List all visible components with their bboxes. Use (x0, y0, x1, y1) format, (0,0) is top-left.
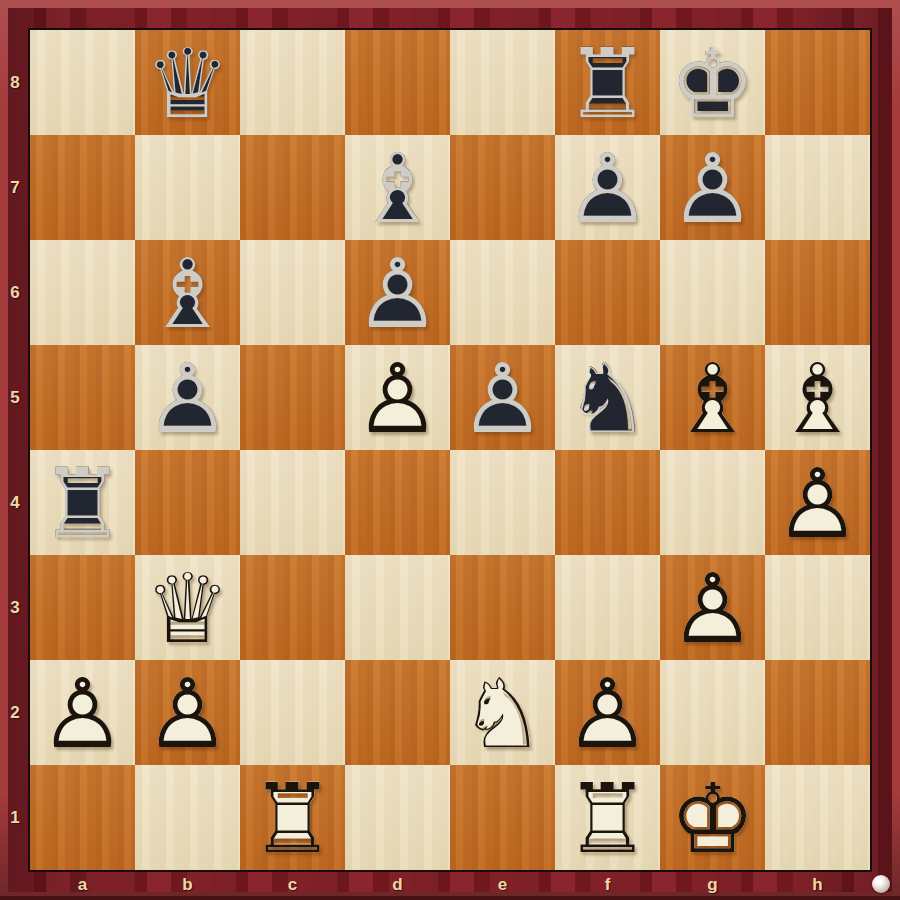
square-f1[interactable]: ♜♖ (555, 765, 660, 870)
piece-white-pawn[interactable]: ♟♙ (765, 450, 870, 555)
square-d8[interactable] (345, 30, 450, 135)
square-f5[interactable]: ♞♘ (555, 345, 660, 450)
piece-glyph-outline: ♖ (30, 450, 135, 555)
chessboard: ♛♕♜♖♚♔♝♗♟♙♟♙♝♗♟♙♟♙♟♙♟♙♞♘♝♗♝♗♜♖♟♙♛♕♟♙♟♙♟♙… (30, 30, 870, 870)
square-c3[interactable] (240, 555, 345, 660)
square-g8[interactable]: ♚♔ (660, 30, 765, 135)
piece-glyph-outline: ♔ (660, 30, 765, 135)
square-g6[interactable] (660, 240, 765, 345)
piece-glyph-outline: ♙ (555, 660, 660, 765)
square-d2[interactable] (345, 660, 450, 765)
rank-label-3: 3 (0, 555, 30, 660)
piece-glyph-outline: ♙ (660, 135, 765, 240)
piece-white-pawn[interactable]: ♟♙ (30, 660, 135, 765)
square-a4[interactable]: ♜♖ (30, 450, 135, 555)
piece-black-pawn[interactable]: ♟♙ (135, 345, 240, 450)
square-d1[interactable] (345, 765, 450, 870)
piece-white-rook[interactable]: ♜♖ (240, 765, 345, 870)
piece-glyph-outline: ♗ (345, 135, 450, 240)
square-h1[interactable] (765, 765, 870, 870)
piece-glyph-outline: ♙ (135, 660, 240, 765)
square-d7[interactable]: ♝♗ (345, 135, 450, 240)
square-b3[interactable]: ♛♕ (135, 555, 240, 660)
square-h2[interactable] (765, 660, 870, 765)
square-g3[interactable]: ♟♙ (660, 555, 765, 660)
square-f6[interactable] (555, 240, 660, 345)
square-g7[interactable]: ♟♙ (660, 135, 765, 240)
square-d6[interactable]: ♟♙ (345, 240, 450, 345)
square-f4[interactable] (555, 450, 660, 555)
piece-glyph-outline: ♗ (660, 345, 765, 450)
piece-glyph-outline: ♖ (555, 765, 660, 870)
piece-white-queen[interactable]: ♛♕ (135, 555, 240, 660)
square-a8[interactable] (30, 30, 135, 135)
square-e6[interactable] (450, 240, 555, 345)
piece-white-bishop[interactable]: ♝♗ (765, 345, 870, 450)
square-f3[interactable] (555, 555, 660, 660)
square-c6[interactable] (240, 240, 345, 345)
square-f7[interactable]: ♟♙ (555, 135, 660, 240)
square-e1[interactable] (450, 765, 555, 870)
square-e5[interactable]: ♟♙ (450, 345, 555, 450)
piece-white-knight[interactable]: ♞♘ (450, 660, 555, 765)
square-e2[interactable]: ♞♘ (450, 660, 555, 765)
piece-black-rook[interactable]: ♜♖ (555, 30, 660, 135)
square-b7[interactable] (135, 135, 240, 240)
piece-white-rook[interactable]: ♜♖ (555, 765, 660, 870)
rank-label-6: 6 (0, 240, 30, 345)
square-d4[interactable] (345, 450, 450, 555)
rank-label-5: 5 (0, 345, 30, 450)
file-label-a: a (30, 870, 135, 900)
piece-glyph-outline: ♕ (135, 30, 240, 135)
piece-glyph-outline: ♙ (450, 345, 555, 450)
piece-black-bishop[interactable]: ♝♗ (345, 135, 450, 240)
square-c8[interactable] (240, 30, 345, 135)
square-h4[interactable]: ♟♙ (765, 450, 870, 555)
square-e7[interactable] (450, 135, 555, 240)
file-label-e: e (450, 870, 555, 900)
piece-glyph-outline: ♙ (555, 135, 660, 240)
piece-white-pawn[interactable]: ♟♙ (345, 345, 450, 450)
chess-app: 87654321 abcdefgh ♛♕♜♖♚♔♝♗♟♙♟♙♝♗♟♙♟♙♟♙♟♙… (0, 0, 900, 900)
piece-white-pawn[interactable]: ♟♙ (555, 660, 660, 765)
rank-label-2: 2 (0, 660, 30, 765)
square-a3[interactable] (30, 555, 135, 660)
square-g2[interactable] (660, 660, 765, 765)
square-h6[interactable] (765, 240, 870, 345)
square-g1[interactable]: ♚♔ (660, 765, 765, 870)
piece-black-knight[interactable]: ♞♘ (555, 345, 660, 450)
square-a2[interactable]: ♟♙ (30, 660, 135, 765)
rank-labels: 87654321 (0, 30, 30, 870)
square-a1[interactable] (30, 765, 135, 870)
piece-black-pawn[interactable]: ♟♙ (345, 240, 450, 345)
square-d3[interactable] (345, 555, 450, 660)
piece-black-bishop[interactable]: ♝♗ (135, 240, 240, 345)
square-c2[interactable] (240, 660, 345, 765)
square-c5[interactable] (240, 345, 345, 450)
rank-label-1: 1 (0, 765, 30, 870)
rank-label-8: 8 (0, 30, 30, 135)
rank-label-7: 7 (0, 135, 30, 240)
square-h7[interactable] (765, 135, 870, 240)
file-label-b: b (135, 870, 240, 900)
piece-glyph-outline: ♗ (765, 345, 870, 450)
chessboard-border: ♛♕♜♖♚♔♝♗♟♙♟♙♝♗♟♙♟♙♟♙♟♙♞♘♝♗♝♗♜♖♟♙♛♕♟♙♟♙♟♙… (28, 28, 872, 872)
square-b5[interactable]: ♟♙ (135, 345, 240, 450)
square-b6[interactable]: ♝♗ (135, 240, 240, 345)
piece-white-king[interactable]: ♚♔ (660, 765, 765, 870)
piece-glyph-outline: ♙ (30, 660, 135, 765)
square-e8[interactable] (450, 30, 555, 135)
piece-glyph-outline: ♕ (135, 555, 240, 660)
square-c1[interactable]: ♜♖ (240, 765, 345, 870)
piece-white-pawn[interactable]: ♟♙ (660, 555, 765, 660)
piece-glyph-outline: ♙ (765, 450, 870, 555)
piece-black-pawn[interactable]: ♟♙ (555, 135, 660, 240)
square-g5[interactable]: ♝♗ (660, 345, 765, 450)
square-f2[interactable]: ♟♙ (555, 660, 660, 765)
square-g4[interactable] (660, 450, 765, 555)
piece-glyph-outline: ♘ (555, 345, 660, 450)
piece-black-king[interactable]: ♚♔ (660, 30, 765, 135)
square-a7[interactable] (30, 135, 135, 240)
piece-black-pawn[interactable]: ♟♙ (450, 345, 555, 450)
piece-glyph-outline: ♙ (135, 345, 240, 450)
square-b2[interactable]: ♟♙ (135, 660, 240, 765)
piece-white-pawn[interactable]: ♟♙ (135, 660, 240, 765)
piece-black-queen[interactable]: ♛♕ (135, 30, 240, 135)
square-a6[interactable] (30, 240, 135, 345)
square-h5[interactable]: ♝♗ (765, 345, 870, 450)
square-e3[interactable] (450, 555, 555, 660)
corner-pin (872, 875, 890, 893)
square-b4[interactable] (135, 450, 240, 555)
piece-white-bishop[interactable]: ♝♗ (660, 345, 765, 450)
piece-glyph-outline: ♙ (660, 555, 765, 660)
file-label-d: d (345, 870, 450, 900)
square-b8[interactable]: ♛♕ (135, 30, 240, 135)
square-a5[interactable] (30, 345, 135, 450)
square-e4[interactable] (450, 450, 555, 555)
piece-glyph-outline: ♖ (555, 30, 660, 135)
piece-glyph-outline: ♙ (345, 345, 450, 450)
square-d5[interactable]: ♟♙ (345, 345, 450, 450)
piece-glyph-outline: ♘ (450, 660, 555, 765)
piece-glyph-outline: ♙ (345, 240, 450, 345)
square-h8[interactable] (765, 30, 870, 135)
file-label-h: h (765, 870, 870, 900)
square-f8[interactable]: ♜♖ (555, 30, 660, 135)
rank-label-4: 4 (0, 450, 30, 555)
piece-black-rook[interactable]: ♜♖ (30, 450, 135, 555)
square-c4[interactable] (240, 450, 345, 555)
square-h3[interactable] (765, 555, 870, 660)
piece-glyph-outline: ♖ (240, 765, 345, 870)
piece-glyph-outline: ♗ (135, 240, 240, 345)
piece-glyph-outline: ♔ (660, 765, 765, 870)
square-c7[interactable] (240, 135, 345, 240)
square-b1[interactable] (135, 765, 240, 870)
piece-black-pawn[interactable]: ♟♙ (660, 135, 765, 240)
